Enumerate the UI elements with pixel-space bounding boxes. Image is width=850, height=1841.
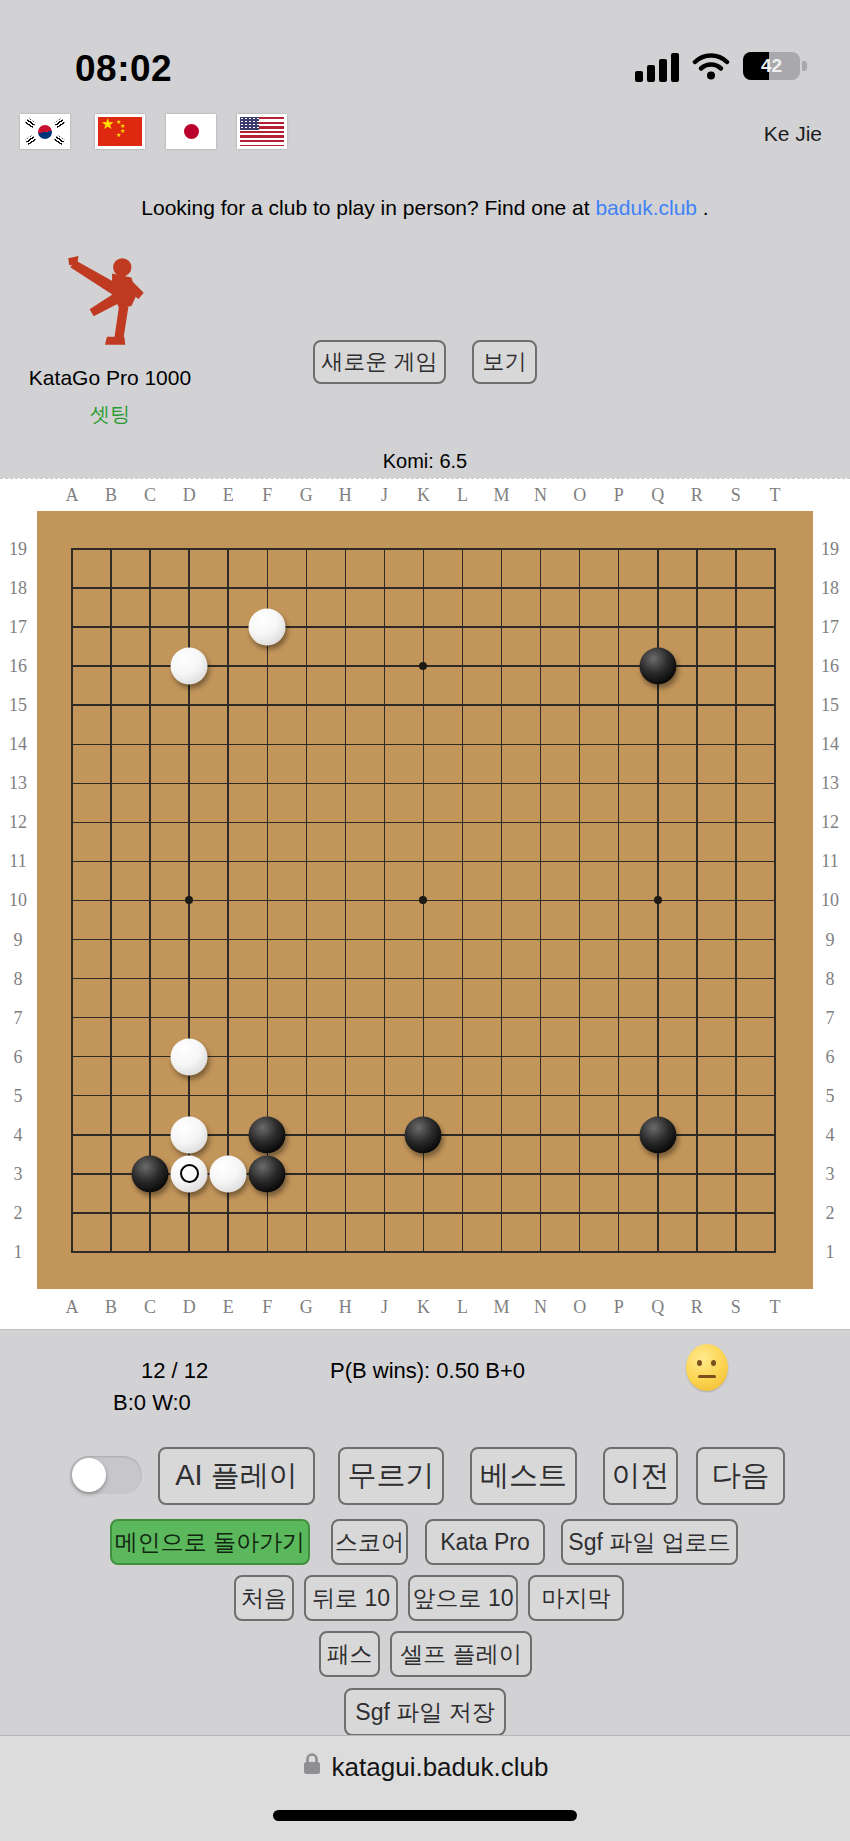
ai-toggle-knob[interactable]	[72, 1458, 106, 1492]
opponent-name: Ke Jie	[764, 122, 822, 146]
coord-label-row: 15	[9, 695, 27, 716]
star-point	[654, 896, 662, 904]
coord-label-row: 8	[826, 968, 835, 989]
view-button[interactable]: 보기	[472, 340, 537, 384]
kata-pro-button[interactable]: Kata Pro	[425, 1519, 545, 1565]
neutral-face-emoji	[686, 1344, 728, 1391]
coord-label-row: 3	[14, 1163, 23, 1184]
coord-label-col: S	[731, 485, 741, 506]
coord-label-row: 12	[9, 812, 27, 833]
coord-label-col: F	[262, 1297, 272, 1318]
coord-label-col: B	[105, 1297, 117, 1318]
coord-label-col: O	[573, 1297, 586, 1318]
battery-icon: 42	[743, 52, 800, 80]
coord-label-row: 13	[9, 773, 27, 794]
cellular-signal-icon	[635, 53, 681, 82]
coord-label-col: G	[300, 1297, 313, 1318]
stone-white-D3[interactable]	[171, 1155, 208, 1192]
coord-label-row: 9	[14, 929, 23, 950]
coord-label-row: 14	[9, 734, 27, 755]
forward-10-button[interactable]: 앞으로 10	[408, 1575, 518, 1621]
lock-icon	[302, 1752, 322, 1783]
grid-line	[774, 548, 776, 1252]
ai-toggle[interactable]	[70, 1456, 142, 1494]
coord-label-col: Q	[651, 485, 664, 506]
move-counter: 12 / 12	[141, 1358, 208, 1384]
grid-line	[71, 1251, 775, 1253]
coord-label-row: 11	[821, 851, 838, 872]
pass-button[interactable]: 패스	[319, 1631, 380, 1677]
wifi-icon	[692, 52, 730, 84]
coord-label-row: 16	[821, 656, 839, 677]
coord-label-col: D	[183, 1297, 196, 1318]
first-move-button[interactable]: 처음	[234, 1575, 294, 1621]
grid-line	[540, 548, 542, 1252]
screen: 08:02 42 ★ ★ ★ ★ ★ Ke Jie Looking for	[0, 0, 850, 1841]
coord-label-row: 19	[9, 539, 27, 560]
coord-label-row: 18	[9, 578, 27, 599]
coord-label-col: P	[614, 1297, 624, 1318]
coord-label-row: 4	[826, 1124, 835, 1145]
stone-black-Q16[interactable]	[639, 648, 676, 685]
browser-url-bar[interactable]: katagui.baduk.club	[0, 1735, 850, 1841]
coord-label-col: D	[183, 485, 196, 506]
coord-label-col: K	[417, 485, 430, 506]
stone-black-K4[interactable]	[405, 1116, 442, 1153]
stone-black-F3[interactable]	[249, 1155, 286, 1192]
coord-label-row: 19	[821, 539, 839, 560]
grid-line	[71, 939, 775, 941]
coord-label-col: O	[573, 485, 586, 506]
coord-label-row: 18	[821, 578, 839, 599]
stone-white-D6[interactable]	[171, 1038, 208, 1075]
star-point	[185, 896, 193, 904]
banner-text: Looking for a club to play in person? Fi…	[141, 196, 589, 219]
coord-label-col: Q	[651, 1297, 664, 1318]
grid-line	[579, 548, 581, 1252]
coord-label-col: M	[494, 1297, 510, 1318]
board-container: AABBCCDDEEFFGGHHJJKKLLMMNNOOPPQQRRSSTT19…	[0, 478, 850, 1330]
coord-label-col: H	[339, 485, 352, 506]
flag-usa[interactable]	[237, 114, 287, 149]
stone-white-E3[interactable]	[210, 1155, 247, 1192]
coord-label-col: S	[731, 1297, 741, 1318]
komi-label: Komi: 6.5	[0, 450, 850, 473]
coord-label-row: 6	[826, 1046, 835, 1067]
app-title: KataGo Pro 1000	[10, 366, 210, 390]
sgf-upload-button[interactable]: Sgf 파일 업로드	[561, 1519, 738, 1565]
go-board[interactable]	[37, 511, 813, 1289]
coord-label-row: 2	[14, 1202, 23, 1223]
coord-label-col: B	[105, 485, 117, 506]
coord-label-col: C	[144, 1297, 156, 1318]
home-indicator[interactable]	[273, 1810, 577, 1821]
star-point	[419, 896, 427, 904]
coord-label-col: E	[223, 485, 234, 506]
coord-label-col: C	[144, 485, 156, 506]
new-game-button[interactable]: 새로운 게임	[313, 340, 446, 384]
coord-label-col: J	[381, 485, 388, 506]
star-point	[419, 662, 427, 670]
back-10-button[interactable]: 뒤로 10	[304, 1575, 398, 1621]
back-to-main-button[interactable]: 메인으로 돌아가기	[110, 1519, 310, 1565]
coord-label-row: 14	[821, 734, 839, 755]
battery-percent: 42	[743, 52, 800, 80]
grid-line	[71, 978, 775, 980]
coord-label-row: 5	[826, 1085, 835, 1106]
settings-link[interactable]: 셋팅	[10, 401, 210, 428]
stone-black-F4[interactable]	[249, 1116, 286, 1153]
flag-japan[interactable]	[166, 114, 216, 149]
grid-line	[501, 548, 503, 1252]
coord-label-row: 17	[821, 617, 839, 638]
grid-line	[71, 1212, 775, 1214]
coord-label-row: 7	[826, 1007, 835, 1028]
grid-line	[735, 548, 737, 1252]
coord-label-col: T	[769, 485, 780, 506]
coord-label-row: 13	[821, 773, 839, 794]
coord-label-col: M	[494, 485, 510, 506]
coord-label-col: N	[534, 1297, 547, 1318]
coord-label-row: 10	[9, 890, 27, 911]
coord-label-col: A	[66, 485, 79, 506]
coord-label-col: T	[769, 1297, 780, 1318]
flag-china[interactable]: ★ ★ ★ ★ ★	[95, 114, 145, 149]
ai-play-button[interactable]: AI 플레이	[158, 1447, 315, 1505]
taekwondo-kick-logo	[58, 250, 160, 356]
coord-label-row: 3	[826, 1163, 835, 1184]
captures-counter: B:0 W:0	[113, 1390, 191, 1416]
coord-label-row: 8	[14, 968, 23, 989]
win-probability: P(B wins): 0.50 B+0	[330, 1358, 525, 1384]
coord-label-col: A	[66, 1297, 79, 1318]
coord-label-col: L	[457, 1297, 468, 1318]
score-button[interactable]: 스코어	[331, 1519, 408, 1565]
best-move-button[interactable]: 베스트	[470, 1447, 577, 1505]
coord-label-row: 4	[14, 1124, 23, 1145]
club-banner: Looking for a club to play in person? Fi…	[0, 196, 850, 220]
previous-button[interactable]: 이전	[603, 1447, 678, 1505]
coord-label-row: 10	[821, 890, 839, 911]
url-text[interactable]: katagui.baduk.club	[332, 1752, 549, 1783]
last-move-marker	[180, 1164, 199, 1183]
grid-line	[618, 548, 620, 1252]
status-time: 08:02	[75, 48, 172, 90]
last-move-button[interactable]: 마지막	[528, 1575, 624, 1621]
stone-white-F17[interactable]	[249, 609, 286, 646]
coord-label-col: L	[457, 485, 468, 506]
coord-label-col: R	[691, 485, 703, 506]
coord-label-row: 15	[821, 695, 839, 716]
stone-black-Q4[interactable]	[639, 1116, 676, 1153]
grid-line	[71, 1095, 775, 1097]
coord-label-col: N	[534, 485, 547, 506]
coord-label-row: 17	[9, 617, 27, 638]
coord-label-col: J	[381, 1297, 388, 1318]
coord-label-row: 11	[9, 851, 26, 872]
self-play-button[interactable]: 셀프 플레이	[390, 1631, 532, 1677]
coord-label-col: K	[417, 1297, 430, 1318]
next-button[interactable]: 다음	[696, 1447, 785, 1505]
stone-white-D16[interactable]	[171, 648, 208, 685]
coord-label-row: 1	[14, 1241, 23, 1262]
coord-label-row: 1	[826, 1241, 835, 1262]
grid-line	[696, 548, 698, 1252]
stone-white-D4[interactable]	[171, 1116, 208, 1153]
sgf-save-button[interactable]: Sgf 파일 저장	[344, 1688, 506, 1736]
coord-label-col: F	[262, 485, 272, 506]
coord-label-row: 12	[821, 812, 839, 833]
coord-label-col: R	[691, 1297, 703, 1318]
flag-south-korea[interactable]	[20, 114, 70, 149]
undo-button[interactable]: 무르기	[338, 1447, 444, 1505]
coord-label-col: E	[223, 1297, 234, 1318]
coord-label-row: 16	[9, 656, 27, 677]
baduk-club-link[interactable]: baduk.club	[595, 196, 697, 219]
coord-label-row: 2	[826, 1202, 835, 1223]
coord-label-col: P	[614, 485, 624, 506]
grid-line	[462, 548, 464, 1252]
coord-label-row: 5	[14, 1085, 23, 1106]
coord-label-row: 6	[14, 1046, 23, 1067]
battery-nub	[802, 61, 807, 71]
coord-label-col: G	[300, 485, 313, 506]
stone-black-C3[interactable]	[132, 1155, 169, 1192]
coord-label-row: 9	[826, 929, 835, 950]
coord-label-row: 7	[14, 1007, 23, 1028]
grid-line	[71, 1017, 775, 1019]
coord-label-col: H	[339, 1297, 352, 1318]
banner-suffix: .	[703, 196, 709, 219]
